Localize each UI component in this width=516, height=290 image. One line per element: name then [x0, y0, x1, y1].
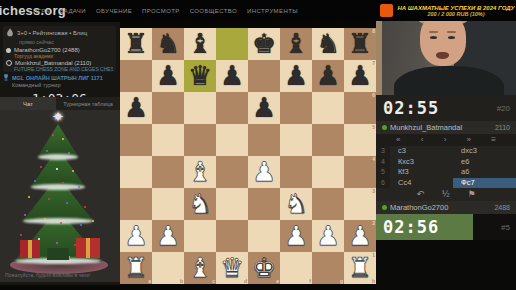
square-d6[interactable]: [216, 92, 248, 124]
square-c1[interactable]: ♝c: [184, 252, 216, 284]
main-menu: ИГРА ЗАДАЧИ ОБУЧЕНИЕ ПРОСМОТР СООБЩЕСТВО…: [33, 8, 298, 14]
move-number: 3: [376, 146, 390, 157]
square-g2[interactable]: ♟: [312, 220, 344, 252]
square-e6[interactable]: ♟: [248, 92, 280, 124]
chess-board[interactable]: ♜♞♝♚♝♞♜8♟♛♟♟♟♟7♟♟65♝♟4♞♞3♟♟♟♟♟2♜ab♝c♛d♚e…: [120, 28, 376, 284]
square-d3[interactable]: [216, 188, 248, 220]
coord-file-e: e: [276, 278, 279, 284]
piece-black-n: ♞: [152, 28, 184, 60]
white-team-link[interactable]: Торгууд академи: [14, 53, 113, 59]
white-player-row: MarathonGo2700 2488: [376, 201, 516, 214]
coord-rank-1: 1: [372, 252, 375, 258]
move-list: 3 c3 dxc3 4 Кxc3 e6 5 Кf3 a6 6 Сc4 Фc7: [376, 146, 516, 188]
square-c3[interactable]: ♞: [184, 188, 216, 220]
move-number: 6: [376, 178, 390, 189]
coord-file-a: a: [148, 278, 151, 284]
donation-goal-progress: 200 / 2 000 RUB (10%): [396, 11, 516, 17]
square-g7[interactable]: ♟: [312, 60, 344, 92]
donation-banner: НА ШАХМАТНЫЕ УСПЕХИ В 2024 ГОДУ 200 / 2 …: [376, 0, 516, 21]
menu-learn[interactable]: ОБУЧЕНИЕ: [96, 8, 132, 14]
black-arena-rank: #20: [473, 104, 516, 113]
piece-white-n: ♞: [280, 188, 312, 220]
piece-black-k: ♚: [248, 28, 280, 60]
square-h6[interactable]: 6: [344, 92, 376, 124]
piece-black-p: ♟: [312, 60, 344, 92]
move-black[interactable]: e6: [453, 157, 516, 168]
coord-rank-5: 5: [372, 124, 375, 130]
square-c4[interactable]: ♝: [184, 156, 216, 188]
online-icon: [382, 205, 387, 210]
white-player-name[interactable]: MarathonGo2700: [390, 203, 491, 212]
square-e2[interactable]: [248, 220, 280, 252]
square-g8[interactable]: ♞: [312, 28, 344, 60]
square-a3[interactable]: [120, 188, 152, 220]
last-move-button[interactable]: »: [467, 134, 471, 146]
square-f2[interactable]: ♟: [280, 220, 312, 252]
piece-white-p: ♟: [280, 220, 312, 252]
menu-puzzles[interactable]: ЗАДАЧИ: [60, 8, 86, 14]
square-g6[interactable]: [312, 92, 344, 124]
square-h4[interactable]: 4: [344, 156, 376, 188]
white-clock-active: 02:56: [376, 214, 473, 240]
square-c8[interactable]: ♝: [184, 28, 216, 60]
piece-black-b: ♝: [184, 28, 216, 60]
resign-flag-button[interactable]: ⚑: [467, 188, 475, 201]
square-g3[interactable]: [312, 188, 344, 220]
square-a2[interactable]: ♟: [120, 220, 152, 252]
piece-white-n: ♞: [184, 188, 216, 220]
move-black-current[interactable]: Фc7: [453, 178, 516, 189]
square-d4[interactable]: [216, 156, 248, 188]
blitz-fire-icon: [6, 28, 14, 38]
chat-panel: Пожалуйста, будьте вежливы в чате!: [0, 110, 120, 282]
piece-white-p: ♟: [344, 220, 376, 252]
prev-move-button[interactable]: ‹: [421, 134, 424, 146]
piece-white-k: ♚: [248, 252, 280, 284]
square-a4[interactable]: [120, 156, 152, 188]
piece-black-p: ♟: [280, 60, 312, 92]
square-a8[interactable]: ♜: [120, 28, 152, 60]
right-panel: 02:55 #20 Munkhzul_Batmandal 2110 « ‹ › …: [376, 0, 516, 290]
square-e3[interactable]: [248, 188, 280, 220]
square-f8[interactable]: ♝: [280, 28, 312, 60]
square-a6[interactable]: ♟: [120, 92, 152, 124]
piece-white-p: ♟: [120, 220, 152, 252]
black-color-icon: [6, 60, 12, 66]
move-nav: « ‹ › » ≡: [376, 134, 516, 146]
coord-rank-7: 7: [372, 60, 375, 66]
square-h5[interactable]: 5: [344, 124, 376, 156]
tree-star-icon: ✦✦: [46, 105, 70, 129]
tournament-type: Командный турнир: [12, 82, 116, 88]
square-b2[interactable]: ♟: [152, 220, 184, 252]
square-d5[interactable]: [216, 124, 248, 156]
square-a1[interactable]: ♜a: [120, 252, 152, 284]
piece-white-p: ♟: [312, 220, 344, 252]
square-g1[interactable]: g: [312, 252, 344, 284]
coord-rank-4: 4: [372, 156, 375, 162]
piece-black-r: ♜: [120, 28, 152, 60]
piece-black-n: ♞: [312, 28, 344, 60]
piece-black-p: ♟: [152, 60, 184, 92]
donation-goal-title: НА ШАХМАТНЫЕ УСПЕХИ В 2024 ГОДУ: [396, 5, 516, 11]
move-number: 4: [376, 157, 390, 168]
piece-black-b: ♝: [280, 28, 312, 60]
square-g4[interactable]: [312, 156, 344, 188]
square-f3[interactable]: ♞: [280, 188, 312, 220]
coord-file-d: d: [244, 278, 247, 284]
square-f1[interactable]: f: [280, 252, 312, 284]
move-white[interactable]: Сc4: [390, 178, 453, 189]
piece-white-b: ♝: [184, 252, 216, 284]
square-e5[interactable]: [248, 124, 280, 156]
black-team-link[interactable]: FUTURE CHESS ZONE AND CEGES CHESS CLUB: [14, 66, 113, 72]
coord-rank-6: 6: [372, 92, 375, 98]
square-b5[interactable]: [152, 124, 184, 156]
black-clock-row: 02:55 #20: [376, 95, 516, 121]
coord-file-h: h: [372, 278, 375, 284]
coord-file-b: b: [180, 278, 183, 284]
coord-file-f: f: [309, 278, 311, 284]
square-b1[interactable]: b: [152, 252, 184, 284]
game-actions: ↶ ½ ⚑: [376, 188, 516, 201]
chat-input[interactable]: Пожалуйста, будьте вежливы в чате!: [5, 272, 90, 278]
square-g5[interactable]: [312, 124, 344, 156]
coord-file-g: g: [340, 278, 343, 284]
white-arena-rank: #5: [473, 223, 516, 232]
menu-watch[interactable]: ПРОСМОТР: [142, 8, 180, 14]
tournament-link[interactable]: MGL ОНЛАЙН ШАТРЫН ЛИГ 1171: [12, 75, 103, 81]
coord-rank-8: 8: [372, 28, 375, 34]
game-status: прямо сейчас: [19, 39, 113, 45]
square-e4[interactable]: ♟: [248, 156, 280, 188]
next-move-button[interactable]: ›: [444, 134, 447, 146]
gift-box: [47, 248, 69, 260]
white-player-rating: 2488: [494, 204, 510, 211]
white-color-icon: [6, 48, 11, 53]
game-meta-card: 3+0 • Рейтинговая • Блиц прямо сейчас Ma…: [3, 26, 116, 72]
piece-black-p: ♟: [120, 92, 152, 124]
piece-white-b: ♝: [184, 156, 216, 188]
piece-black-r: ♜: [344, 28, 376, 60]
online-icon: [382, 125, 387, 130]
black-player-name[interactable]: Munkhzul_Batmandal: [390, 123, 492, 132]
square-b8[interactable]: ♞: [152, 28, 184, 60]
move-black[interactable]: a6: [453, 167, 516, 178]
gift-box: [20, 240, 40, 258]
white-clock-row: 02:56 #5: [376, 214, 516, 240]
square-d2[interactable]: [216, 220, 248, 252]
square-b6[interactable]: [152, 92, 184, 124]
square-e1[interactable]: ♚e: [248, 252, 280, 284]
gift-box: [76, 238, 100, 258]
square-b3[interactable]: [152, 188, 184, 220]
black-player-rating: 2110: [495, 124, 510, 131]
square-d1[interactable]: ♛d: [216, 252, 248, 284]
takeback-button[interactable]: ↶: [416, 188, 424, 201]
square-f6[interactable]: [280, 92, 312, 124]
move-white[interactable]: Кxc3: [390, 157, 453, 168]
square-d7[interactable]: ♟: [216, 60, 248, 92]
move-number: 5: [376, 167, 390, 178]
donation-logo-icon: [380, 4, 393, 17]
square-h8[interactable]: ♜8: [344, 28, 376, 60]
coord-rank-3: 3: [372, 188, 375, 194]
game-meta-text: 3+0 • Рейтинговая • Блиц: [17, 30, 87, 36]
coord-rank-2: 2: [372, 220, 375, 226]
square-f7[interactable]: ♟: [280, 60, 312, 92]
piece-white-p: ♟: [152, 220, 184, 252]
square-h2[interactable]: ♟2: [344, 220, 376, 252]
piece-white-p: ♟: [248, 156, 280, 188]
menu-play[interactable]: ИГРА: [33, 8, 50, 14]
piece-black-q: ♛: [184, 60, 216, 92]
donation-text: НА ШАХМАТНЫЕ УСПЕХИ В 2024 ГОДУ 200 / 2 …: [396, 5, 516, 17]
square-h7[interactable]: ♟7: [344, 60, 376, 92]
square-b7[interactable]: ♟: [152, 60, 184, 92]
stream-screen: lichess.org ИГРА ЗАДАЧИ ОБУЧЕНИЕ ПРОСМОТ…: [0, 0, 516, 290]
square-c2[interactable]: [184, 220, 216, 252]
piece-black-p: ♟: [248, 92, 280, 124]
square-d8[interactable]: [216, 28, 248, 60]
square-e7[interactable]: [248, 60, 280, 92]
square-c6[interactable]: [184, 92, 216, 124]
square-e8[interactable]: ♚: [248, 28, 280, 60]
draw-offer-button[interactable]: ½: [442, 188, 450, 201]
square-f5[interactable]: [280, 124, 312, 156]
square-c5[interactable]: [184, 124, 216, 156]
menu-tools[interactable]: ИНСТРУМЕНТЫ: [247, 8, 298, 14]
square-b4[interactable]: [152, 156, 184, 188]
trophy-icon: [3, 74, 9, 81]
piece-black-p: ♟: [344, 60, 376, 92]
square-h3[interactable]: 3: [344, 188, 376, 220]
move-white[interactable]: Кf3: [390, 167, 453, 178]
black-clock: 02:55: [376, 95, 473, 121]
coord-file-c: c: [212, 278, 215, 284]
square-a5[interactable]: [120, 124, 152, 156]
square-a7[interactable]: [120, 60, 152, 92]
piece-white-r: ♜: [120, 252, 152, 284]
site-header: lichess.org ИГРА ЗАДАЧИ ОБУЧЕНИЕ ПРОСМОТ…: [0, 0, 376, 22]
move-black[interactable]: dxc3: [453, 146, 516, 157]
piece-black-p: ♟: [216, 60, 248, 92]
move-white[interactable]: c3: [390, 146, 453, 157]
christmas-tree-image: [0, 110, 120, 282]
black-player-row: Munkhzul_Batmandal 2110: [376, 121, 516, 134]
square-c7[interactable]: ♛: [184, 60, 216, 92]
menu-community[interactable]: СООБЩЕСТВО: [190, 8, 237, 14]
tree-lights: [0, 110, 2, 112]
square-f4[interactable]: [280, 156, 312, 188]
board-menu-button[interactable]: ≡: [491, 134, 496, 146]
first-move-button[interactable]: «: [396, 134, 400, 146]
game-sidebar: 3+0 • Рейтинговая • Блиц прямо сейчас Ma…: [0, 22, 120, 285]
square-h1[interactable]: ♜h1: [344, 252, 376, 284]
